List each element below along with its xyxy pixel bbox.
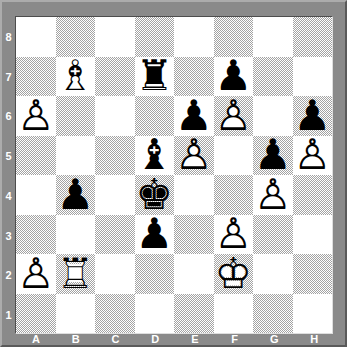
square-d2[interactable] — [135, 254, 175, 294]
rank-label-7: 7 — [2, 57, 15, 97]
square-c8[interactable] — [95, 17, 135, 57]
chess-board: ♝♗♜♟♟♙♟♟♙♟♝♟♙♟♟♙♟♚♟♙♟♟♙♟♙♜♖♚♔ — [15, 16, 333, 334]
square-e5[interactable]: ♟♙ — [174, 136, 214, 176]
square-f1[interactable] — [214, 294, 254, 334]
file-label-d: D — [135, 333, 175, 345]
square-f2[interactable]: ♚♔ — [214, 254, 254, 294]
square-b2[interactable]: ♜♖ — [56, 254, 96, 294]
white-pawn-icon: ♙ — [174, 136, 214, 176]
black-pawn-icon: ♟ — [56, 175, 96, 215]
piece-black-pawn[interactable]: ♟ — [56, 175, 96, 215]
square-h5[interactable]: ♟♙ — [293, 136, 333, 176]
square-h4[interactable] — [293, 175, 333, 215]
rank-label-2: 2 — [2, 256, 15, 296]
piece-black-rook[interactable]: ♜ — [135, 57, 175, 97]
file-label-g: G — [255, 333, 295, 345]
piece-black-pawn[interactable]: ♟ — [135, 215, 175, 255]
white-rook-icon: ♖ — [56, 254, 96, 294]
rank-label-8: 8 — [2, 17, 15, 57]
square-c6[interactable] — [95, 96, 135, 136]
black-rook-icon: ♜ — [135, 57, 175, 97]
piece-white-pawn[interactable]: ♟♙ — [253, 175, 293, 215]
file-label-h: H — [294, 333, 334, 345]
square-b6[interactable] — [56, 96, 96, 136]
square-e3[interactable] — [174, 215, 214, 255]
white-pawn-icon: ♙ — [253, 175, 293, 215]
file-label-c: C — [96, 333, 136, 345]
square-c1[interactable] — [95, 294, 135, 334]
rank-label-5: 5 — [2, 136, 15, 176]
piece-white-bishop[interactable]: ♝♗ — [56, 57, 96, 97]
square-e4[interactable] — [174, 175, 214, 215]
square-h8[interactable] — [293, 17, 333, 57]
square-a5[interactable] — [16, 136, 56, 176]
piece-white-pawn[interactable]: ♟♙ — [293, 136, 333, 176]
square-c4[interactable] — [95, 175, 135, 215]
piece-white-pawn[interactable]: ♟♙ — [174, 136, 214, 176]
square-a2[interactable]: ♟♙ — [16, 254, 56, 294]
file-label-b: B — [56, 333, 96, 345]
square-g8[interactable] — [253, 17, 293, 57]
rank-label-3: 3 — [2, 216, 15, 256]
rank-label-4: 4 — [2, 176, 15, 216]
file-label-f: F — [215, 333, 255, 345]
black-pawn-icon: ♟ — [135, 215, 175, 255]
piece-white-rook[interactable]: ♜♖ — [56, 254, 96, 294]
square-b4[interactable]: ♟ — [56, 175, 96, 215]
file-label-a: A — [16, 333, 56, 345]
square-g3[interactable] — [253, 215, 293, 255]
square-d1[interactable] — [135, 294, 175, 334]
square-g4[interactable]: ♟♙ — [253, 175, 293, 215]
square-f6[interactable]: ♟♙ — [214, 96, 254, 136]
square-d7[interactable]: ♜ — [135, 57, 175, 97]
white-king-icon: ♔ — [214, 254, 254, 294]
square-g1[interactable] — [253, 294, 293, 334]
square-c5[interactable] — [95, 136, 135, 176]
square-b7[interactable]: ♝♗ — [56, 57, 96, 97]
square-g7[interactable] — [253, 57, 293, 97]
rank-label-1: 1 — [2, 295, 15, 335]
square-a4[interactable] — [16, 175, 56, 215]
file-label-e: E — [175, 333, 215, 345]
white-pawn-icon: ♙ — [16, 96, 56, 136]
piece-white-pawn[interactable]: ♟♙ — [16, 254, 56, 294]
square-a6[interactable]: ♟♙ — [16, 96, 56, 136]
square-c7[interactable] — [95, 57, 135, 97]
square-h3[interactable] — [293, 215, 333, 255]
square-a8[interactable] — [16, 17, 56, 57]
square-e2[interactable] — [174, 254, 214, 294]
square-b1[interactable] — [56, 294, 96, 334]
piece-white-pawn[interactable]: ♟♙ — [214, 96, 254, 136]
white-bishop-icon: ♗ — [56, 57, 96, 97]
square-g2[interactable] — [253, 254, 293, 294]
square-e8[interactable] — [174, 17, 214, 57]
piece-white-king[interactable]: ♚♔ — [214, 254, 254, 294]
square-h1[interactable] — [293, 294, 333, 334]
white-pawn-icon: ♙ — [16, 254, 56, 294]
board-frame: ♝♗♜♟♟♙♟♟♙♟♝♟♙♟♟♙♟♚♟♙♟♟♙♟♙♜♖♚♔ 87654321 A… — [0, 0, 347, 347]
white-pawn-icon: ♙ — [214, 96, 254, 136]
piece-white-pawn[interactable]: ♟♙ — [16, 96, 56, 136]
square-a1[interactable] — [16, 294, 56, 334]
rank-label-6: 6 — [2, 97, 15, 137]
square-f5[interactable] — [214, 136, 254, 176]
square-d3[interactable]: ♟ — [135, 215, 175, 255]
white-pawn-icon: ♙ — [293, 136, 333, 176]
square-c2[interactable] — [95, 254, 135, 294]
square-e1[interactable] — [174, 294, 214, 334]
square-h2[interactable] — [293, 254, 333, 294]
square-c3[interactable] — [95, 215, 135, 255]
